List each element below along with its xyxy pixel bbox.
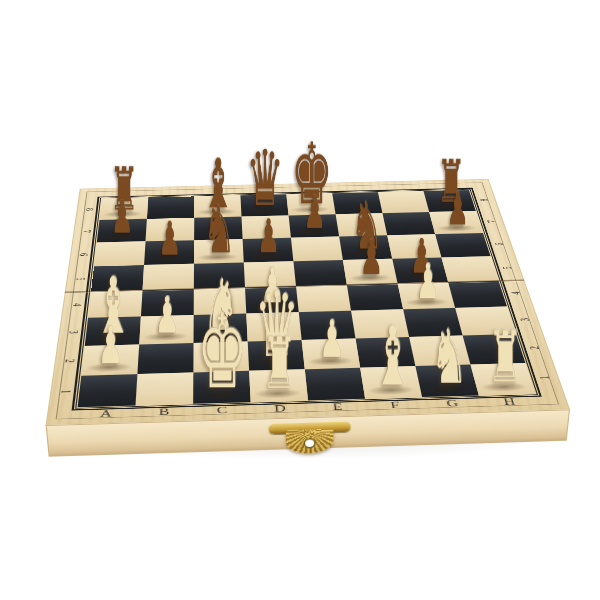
square-a1[interactable] xyxy=(78,374,138,407)
light-bishop-f1[interactable]: ♝ xyxy=(372,322,413,389)
chess-board: 12345678 12345678 ABCDEFGH ♜♝♛♚♜♟♟♟♟♞♟♞♟… xyxy=(46,179,570,425)
square-h1[interactable]: ♜ xyxy=(470,363,535,395)
square-f4[interactable] xyxy=(347,283,403,310)
square-e2[interactable]: ♟ xyxy=(302,338,361,369)
light-pawn-b3[interactable]: ♟ xyxy=(154,295,179,337)
square-b3[interactable]: ♟ xyxy=(139,315,193,344)
square-g4[interactable]: ♟ xyxy=(398,282,456,309)
square-d1[interactable]: ♜ xyxy=(249,369,308,402)
square-c1[interactable]: ♚ xyxy=(193,371,251,404)
square-f1[interactable]: ♝ xyxy=(360,366,422,399)
square-a2[interactable]: ♟ xyxy=(81,344,139,375)
light-king-c1[interactable]: ♚ xyxy=(196,310,247,394)
light-pawn-a2[interactable]: ♟ xyxy=(97,324,123,367)
square-b2[interactable] xyxy=(137,343,193,374)
square-g1[interactable]: ♞ xyxy=(415,365,478,398)
light-pawn-g4[interactable]: ♟ xyxy=(415,262,439,302)
square-e1[interactable] xyxy=(305,368,365,401)
light-pawn-e2[interactable]: ♟ xyxy=(319,318,345,361)
product-photo: 12345678 12345678 ABCDEFGH ♜♝♛♚♜♟♟♟♟♞♟♞♟… xyxy=(0,0,600,600)
light-knight-g1[interactable]: ♞ xyxy=(430,326,467,388)
scene: 12345678 12345678 ABCDEFGH ♜♝♛♚♜♟♟♟♟♞♟♞♟… xyxy=(66,56,526,516)
light-rook-d1[interactable]: ♜ xyxy=(261,334,296,393)
light-rook-h1[interactable]: ♜ xyxy=(487,328,522,386)
square-b1[interactable] xyxy=(135,372,193,405)
brass-clasp xyxy=(262,419,358,459)
board-tilt: 12345678 12345678 ABCDEFGH ♜♝♛♚♜♟♟♟♟♞♟♞♟… xyxy=(46,179,570,425)
